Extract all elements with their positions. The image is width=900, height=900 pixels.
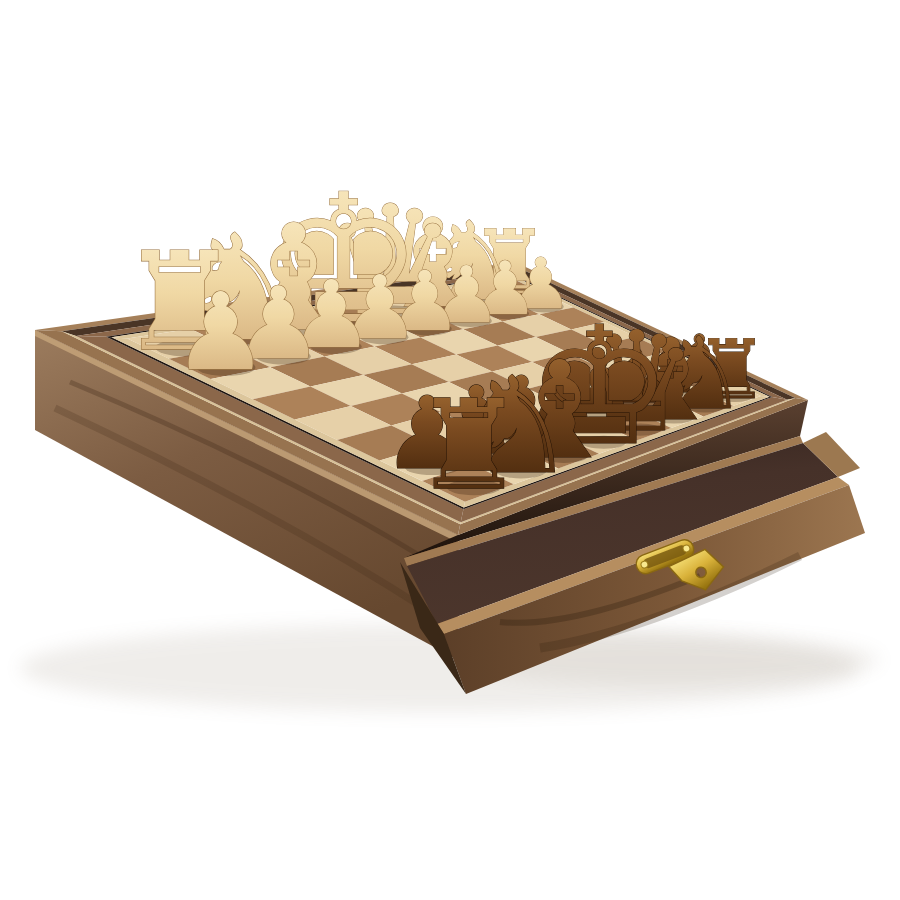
piece-white-pawn-h2: ♟ [173, 270, 269, 394]
photo-stage: ♜♞♝♟♛♟♚♟♝♟♟♞♟♜♟♟♟♟♜♟♞♟♝♟♛♟♚♟♝♟♞♜ [0, 0, 900, 900]
piece-black-rook-h8: ♜ [413, 373, 524, 517]
chess-box-photo: ♜♞♝♟♛♟♚♟♝♟♟♞♟♜♟♟♟♟♜♟♞♟♝♟♛♟♚♟♝♟♞♜ [0, 0, 900, 900]
